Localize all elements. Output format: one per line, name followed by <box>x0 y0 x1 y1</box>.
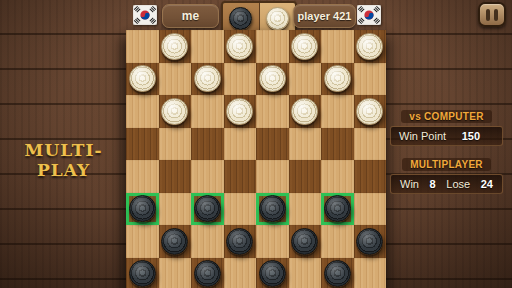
checker-piece-light[interactable] <box>194 65 221 92</box>
win-lose-bar: Win 8 Lose 24 <box>390 174 503 194</box>
stats-panel: vs COMPUTER Win Point 150 MULTIPLAYER Wi… <box>390 110 503 194</box>
checker-piece-dark[interactable] <box>129 260 156 287</box>
board-square[interactable] <box>256 95 289 128</box>
checker-piece-dark[interactable] <box>324 260 351 287</box>
board-square[interactable] <box>191 193 224 226</box>
board-square[interactable] <box>256 30 289 63</box>
board-square[interactable] <box>159 258 192 288</box>
win-value: 8 <box>430 178 436 190</box>
win-point-bar: Win Point 150 <box>390 126 503 146</box>
board-square[interactable] <box>224 160 257 193</box>
dark-piece-tile <box>223 3 260 33</box>
board-square[interactable] <box>224 30 257 63</box>
board-square[interactable] <box>126 258 159 288</box>
board-square[interactable] <box>354 95 387 128</box>
board-square[interactable] <box>191 160 224 193</box>
board-square[interactable] <box>289 193 322 226</box>
board-square[interactable] <box>126 225 159 258</box>
checker-piece-light[interactable] <box>356 98 383 125</box>
board-square[interactable] <box>289 160 322 193</box>
player-me-label: me <box>182 9 199 23</box>
board-square[interactable] <box>289 63 322 96</box>
board-square[interactable] <box>191 95 224 128</box>
board-square[interactable] <box>289 95 322 128</box>
south-korea-flag-icon <box>133 5 157 25</box>
board-square[interactable] <box>256 193 289 226</box>
board-square[interactable] <box>354 30 387 63</box>
checker-piece-light[interactable] <box>161 98 188 125</box>
board-square[interactable] <box>126 128 159 161</box>
checker-piece-light[interactable] <box>324 65 351 92</box>
checker-piece-dark[interactable] <box>226 228 253 255</box>
board-square[interactable] <box>321 30 354 63</box>
checker-piece-light[interactable] <box>291 98 318 125</box>
board-square[interactable] <box>126 160 159 193</box>
board-square[interactable] <box>224 193 257 226</box>
pause-icon <box>486 9 490 21</box>
dark-checker-icon <box>229 7 252 30</box>
board-square[interactable] <box>159 160 192 193</box>
checker-piece-dark[interactable] <box>291 228 318 255</box>
board-square[interactable] <box>224 128 257 161</box>
board-square[interactable] <box>191 63 224 96</box>
board-square[interactable] <box>191 128 224 161</box>
board-square[interactable] <box>354 63 387 96</box>
board-square[interactable] <box>191 30 224 63</box>
checker-piece-dark[interactable] <box>324 195 351 222</box>
checker-piece-dark[interactable] <box>259 260 286 287</box>
pause-icon <box>494 9 498 21</box>
board-square[interactable] <box>159 225 192 258</box>
vs-computer-header: vs COMPUTER <box>401 110 491 123</box>
board-square[interactable] <box>289 225 322 258</box>
win-point-label: Win Point <box>399 130 446 142</box>
board-square[interactable] <box>354 160 387 193</box>
board-square[interactable] <box>256 225 289 258</box>
checker-piece-light[interactable] <box>226 98 253 125</box>
board-square[interactable] <box>191 258 224 288</box>
board-square[interactable] <box>256 160 289 193</box>
board-square[interactable] <box>321 258 354 288</box>
multiplay-banner: MULTI-PLAY <box>0 140 127 180</box>
checker-piece-light[interactable] <box>161 33 188 60</box>
board-square[interactable] <box>256 63 289 96</box>
board-square[interactable] <box>159 30 192 63</box>
player-opponent-label: player 421 <box>298 10 352 22</box>
multiplayer-header: MULTIPLAYER <box>402 158 491 171</box>
pause-button[interactable] <box>478 2 506 27</box>
checker-piece-light[interactable] <box>259 65 286 92</box>
board-square[interactable] <box>321 160 354 193</box>
board-square[interactable] <box>126 95 159 128</box>
board-square[interactable] <box>354 193 387 226</box>
board-square[interactable] <box>289 258 322 288</box>
checker-piece-dark[interactable] <box>356 228 383 255</box>
board-square[interactable] <box>354 225 387 258</box>
board-square[interactable] <box>159 193 192 226</box>
checker-piece-light[interactable] <box>291 33 318 60</box>
board-square[interactable] <box>321 95 354 128</box>
board-square[interactable] <box>256 258 289 288</box>
lose-label: Lose <box>446 178 470 190</box>
board-square[interactable] <box>126 30 159 63</box>
board-square[interactable] <box>289 128 322 161</box>
board-square[interactable] <box>354 258 387 288</box>
board-square[interactable] <box>321 193 354 226</box>
lose-value: 24 <box>481 178 493 190</box>
board-square[interactable] <box>159 128 192 161</box>
win-label: Win <box>400 178 419 190</box>
checker-piece-dark[interactable] <box>161 228 188 255</box>
checker-piece-dark[interactable] <box>194 260 221 287</box>
board-square[interactable] <box>159 63 192 96</box>
board-square[interactable] <box>191 225 224 258</box>
board-square[interactable] <box>256 128 289 161</box>
win-point-value: 150 <box>462 130 480 142</box>
checker-piece-dark[interactable] <box>259 195 286 222</box>
board-square[interactable] <box>224 258 257 288</box>
light-checker-icon <box>266 7 289 30</box>
player-me-name: me <box>162 4 219 28</box>
checker-piece-dark[interactable] <box>194 195 221 222</box>
board-square[interactable] <box>159 95 192 128</box>
checker-piece-light[interactable] <box>226 33 253 60</box>
checker-piece-light[interactable] <box>129 65 156 92</box>
game-screen: me player 421 MULTI-PLAY vs CO <box>0 0 512 288</box>
board-square[interactable] <box>321 128 354 161</box>
south-korea-flag-icon <box>357 5 381 25</box>
board <box>126 30 386 288</box>
checker-piece-light[interactable] <box>356 33 383 60</box>
board-square[interactable] <box>321 225 354 258</box>
board-square[interactable] <box>224 225 257 258</box>
board-square[interactable] <box>289 30 322 63</box>
board-square[interactable] <box>126 63 159 96</box>
board-square[interactable] <box>224 95 257 128</box>
board-square[interactable] <box>224 63 257 96</box>
board-square[interactable] <box>354 128 387 161</box>
player-opponent-name: player 421 <box>293 4 356 28</box>
board-square[interactable] <box>126 193 159 226</box>
checker-piece-dark[interactable] <box>129 195 156 222</box>
board-square[interactable] <box>321 63 354 96</box>
light-piece-tile <box>260 3 296 33</box>
